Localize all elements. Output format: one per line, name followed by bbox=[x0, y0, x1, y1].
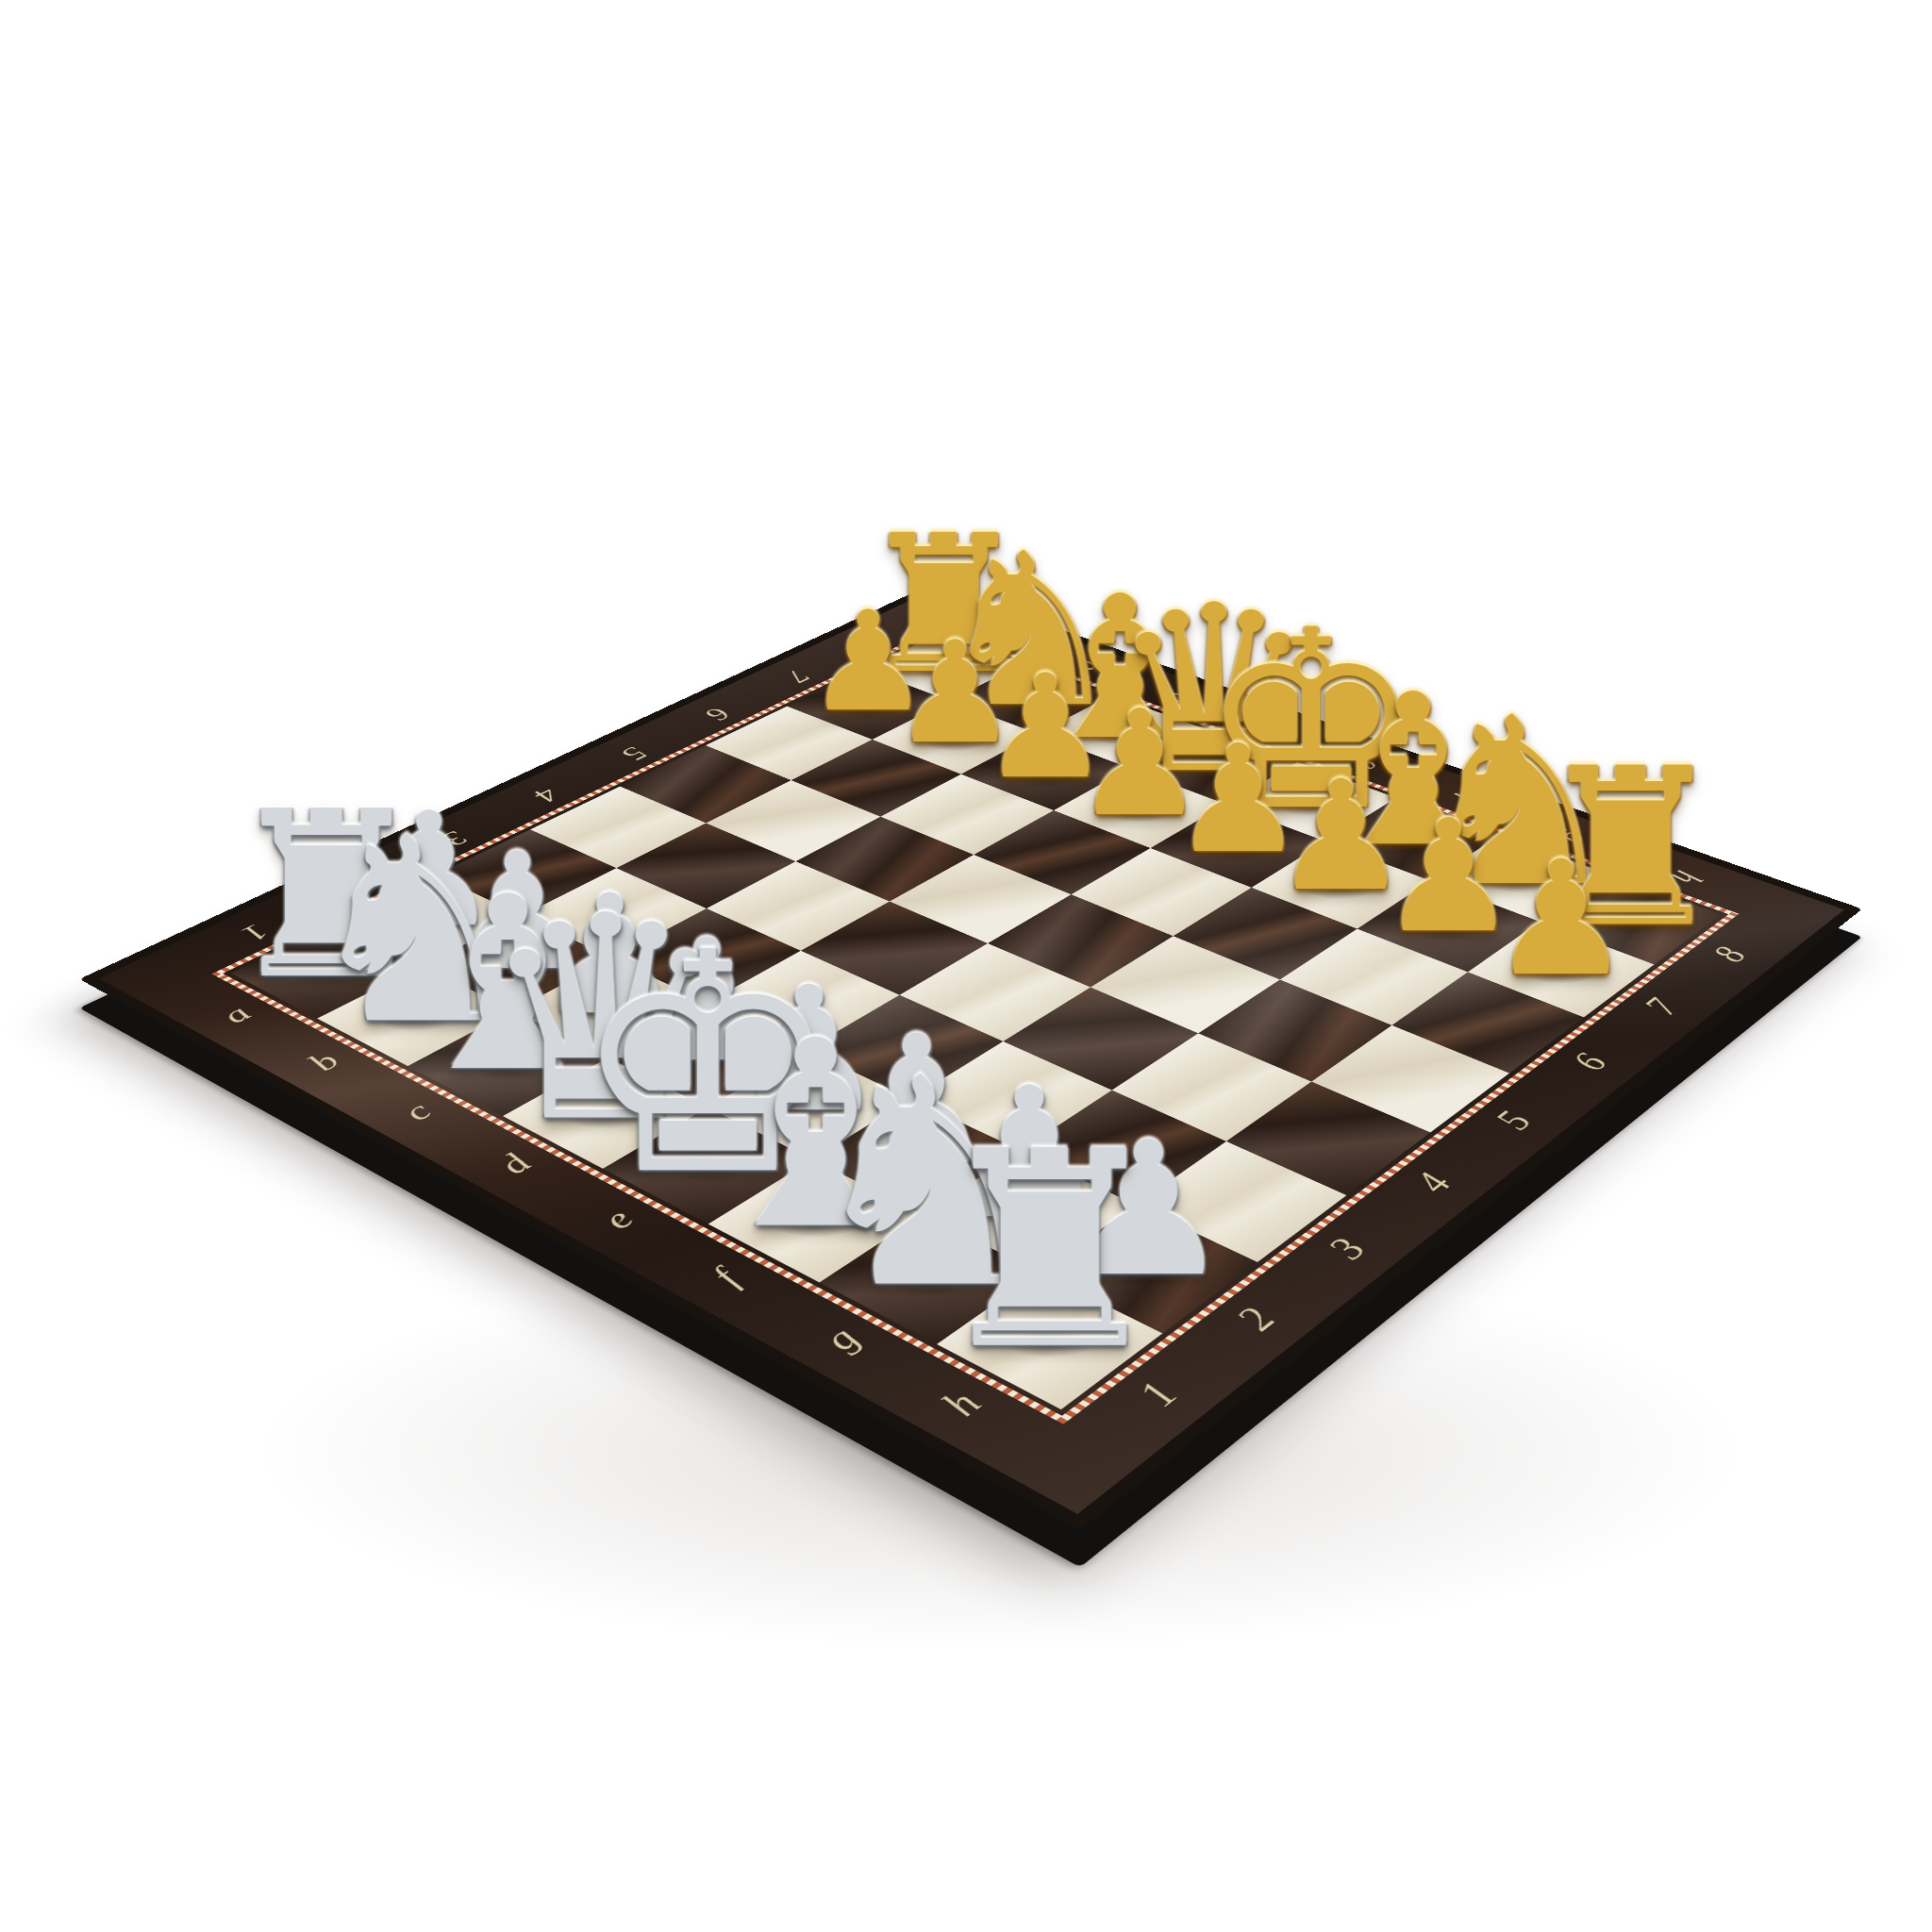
rank-label-east-6: 6 bbox=[1560, 1048, 1619, 1075]
rank-label-east-2: 2 bbox=[1224, 1301, 1288, 1337]
product-photo: aabbccddeeffgghh1122334455667788 ♜♞♝♛♚♝♞… bbox=[0, 0, 1932, 1932]
rank-label-west-5: 5 bbox=[611, 743, 657, 763]
rank-label-east-4: 4 bbox=[1402, 1167, 1463, 1198]
rank-label-east-5: 5 bbox=[1484, 1106, 1543, 1135]
rank-label-east-7: 7 bbox=[1633, 993, 1690, 1020]
piece-white-rook-h1[interactable]: ♜ bbox=[928, 1116, 1172, 1388]
rank-label-west-4: 4 bbox=[524, 785, 570, 806]
rank-label-west-6: 6 bbox=[695, 705, 740, 724]
piece-black-pawn-h7[interactable]: ♟ bbox=[1491, 841, 1632, 999]
rank-label-east-3: 3 bbox=[1315, 1232, 1377, 1265]
